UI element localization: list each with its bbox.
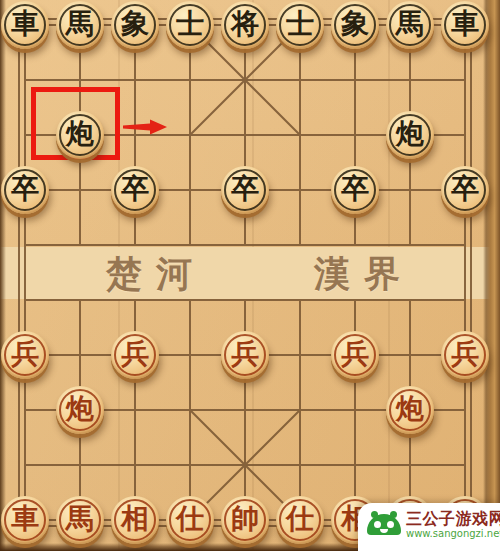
watermark-site-name: 三公子游戏网: [406, 510, 500, 528]
watermark-text: 三公子游戏网 www.sangongzi.net: [406, 510, 500, 540]
panda-logo-icon: [367, 510, 401, 536]
move-arrow-icon: [0, 0, 500, 551]
watermark-site-url: www.sangongzi.net: [406, 528, 500, 540]
logo-eye: [387, 521, 394, 528]
watermark: 三公子游戏网 www.sangongzi.net: [358, 503, 500, 551]
logo-eye: [374, 521, 381, 528]
xiangqi-board[interactable]: 楚河 漢界 車馬象士将士象馬車炮炮卒卒卒卒卒兵兵兵兵兵炮炮車馬相仕帥仕相馬車 三…: [0, 0, 500, 551]
